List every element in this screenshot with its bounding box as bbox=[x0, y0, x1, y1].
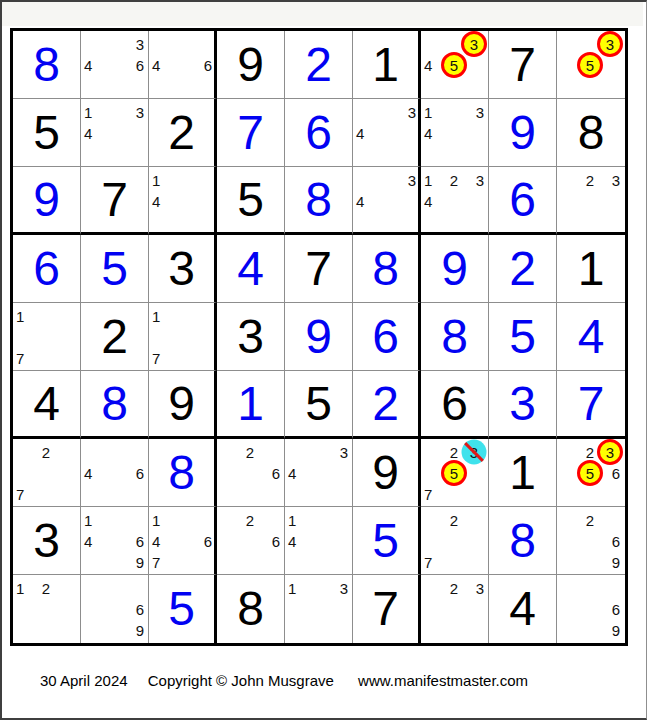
cell-r9c8[interactable]: 4 bbox=[489, 575, 557, 643]
cell-r5c5[interactable]: 9 bbox=[285, 303, 353, 371]
cell-r6c4[interactable]: 1 bbox=[217, 371, 285, 439]
cell-value: 8 bbox=[285, 167, 352, 232]
cell-r3c3[interactable]: 14 bbox=[149, 167, 217, 235]
cell-r9c4[interactable]: 8 bbox=[217, 575, 285, 643]
cell-r9c5[interactable]: 13 bbox=[285, 575, 353, 643]
pencil-mark-2: 2 bbox=[444, 510, 464, 530]
pencil-mark-7: 7 bbox=[152, 348, 172, 368]
cell-r4c7[interactable]: 9 bbox=[421, 235, 489, 303]
pencil-mark-7: 7 bbox=[152, 552, 172, 572]
footer-website: www.manifestmaster.com bbox=[358, 672, 528, 689]
pencil-mark-4: 4 bbox=[424, 123, 444, 143]
cell-value: 3 bbox=[489, 371, 556, 436]
cell-r4c3[interactable]: 3 bbox=[149, 235, 217, 303]
cell-r5c9[interactable]: 4 bbox=[557, 303, 625, 371]
cell-r4c2[interactable]: 5 bbox=[81, 235, 149, 303]
cell-r4c5[interactable]: 7 bbox=[285, 235, 353, 303]
pencil-mark-2: 2 bbox=[36, 578, 56, 598]
cell-r9c3[interactable]: 5 bbox=[149, 575, 217, 643]
cell-value: 9 bbox=[489, 99, 556, 166]
cell-value: 2 bbox=[149, 99, 214, 166]
pencil-mark-4: 4 bbox=[424, 191, 444, 211]
cell-r6c8[interactable]: 3 bbox=[489, 371, 557, 439]
cell-r7c6[interactable]: 9 bbox=[353, 439, 421, 507]
pencil-mark-6: 6 bbox=[124, 55, 144, 75]
cell-value: 8 bbox=[489, 507, 556, 574]
pencil-mark-circled-5: 5 bbox=[444, 463, 464, 483]
cell-value: 5 bbox=[489, 303, 556, 370]
cell-r6c5[interactable]: 5 bbox=[285, 371, 353, 439]
cell-value: 6 bbox=[353, 303, 418, 370]
pencil-mark-4: 4 bbox=[84, 463, 104, 483]
pencil-mark-2: 2 bbox=[580, 170, 600, 190]
cell-r8c2[interactable]: 1469 bbox=[81, 507, 149, 575]
cell-r2c7[interactable]: 134 bbox=[421, 99, 489, 167]
cell-r2c1[interactable]: 5 bbox=[13, 99, 81, 167]
cell-r2c2[interactable]: 134 bbox=[81, 99, 149, 167]
cell-r3c8[interactable]: 6 bbox=[489, 167, 557, 235]
pencil-mark-6: 6 bbox=[124, 531, 144, 551]
pencil-mark-3: 3 bbox=[396, 170, 416, 190]
cell-r7c2[interactable]: 46 bbox=[81, 439, 149, 507]
cell-r5c2[interactable]: 2 bbox=[81, 303, 149, 371]
pencil-mark-6: 6 bbox=[260, 463, 280, 483]
pencil-mark-1: 1 bbox=[152, 510, 172, 530]
cell-r3c6[interactable]: 34 bbox=[353, 167, 421, 235]
cell-r1c8[interactable]: 7 bbox=[489, 31, 557, 99]
pencil-mark-eliminated-3: 3 bbox=[464, 442, 484, 462]
pencil-mark-9: 9 bbox=[124, 552, 144, 572]
cell-r1c9[interactable]: 35 bbox=[557, 31, 625, 99]
cell-r2c3[interactable]: 2 bbox=[149, 99, 217, 167]
cell-r3c5[interactable]: 8 bbox=[285, 167, 353, 235]
pencil-mark-2: 2 bbox=[444, 578, 464, 598]
pencil-mark-circled-5: 5 bbox=[580, 55, 600, 75]
pencil-mark-7: 7 bbox=[424, 484, 444, 504]
cell-r7c9[interactable]: 2356 bbox=[557, 439, 625, 507]
cell-r2c8[interactable]: 9 bbox=[489, 99, 557, 167]
pencil-mark-1: 1 bbox=[16, 578, 36, 598]
pencil-mark-7: 7 bbox=[424, 552, 444, 572]
cell-value: 2 bbox=[285, 31, 352, 98]
cell-r3c9[interactable]: 23 bbox=[557, 167, 625, 235]
cell-r2c5[interactable]: 6 bbox=[285, 99, 353, 167]
pencil-mark-3: 3 bbox=[464, 578, 484, 598]
cell-value: 5 bbox=[217, 167, 284, 232]
pencil-mark-4: 4 bbox=[84, 531, 104, 551]
cell-r8c3[interactable]: 1467 bbox=[149, 507, 217, 575]
cell-r7c7[interactable]: 2357 bbox=[421, 439, 489, 507]
cell-r5c7[interactable]: 8 bbox=[421, 303, 489, 371]
pencil-mark-6: 6 bbox=[124, 463, 144, 483]
pencil-mark-2: 2 bbox=[36, 442, 56, 462]
cell-value: 8 bbox=[217, 575, 284, 643]
pencil-mark-4: 4 bbox=[356, 123, 376, 143]
pencil-mark-4: 4 bbox=[288, 463, 308, 483]
cell-r1c4[interactable]: 9 bbox=[217, 31, 285, 99]
cell-value: 5 bbox=[149, 575, 214, 643]
pencil-mark-4: 4 bbox=[288, 531, 308, 551]
cell-value: 8 bbox=[421, 303, 488, 370]
footer-copyright: Copyright © John Musgrave bbox=[148, 672, 334, 689]
cell-r7c4[interactable]: 26 bbox=[217, 439, 285, 507]
cell-r8c7[interactable]: 27 bbox=[421, 507, 489, 575]
cell-value: 7 bbox=[353, 575, 418, 643]
cell-r5c1[interactable]: 17 bbox=[13, 303, 81, 371]
cell-r8c9[interactable]: 269 bbox=[557, 507, 625, 575]
cell-r7c1[interactable]: 27 bbox=[13, 439, 81, 507]
pencil-mark-3: 3 bbox=[328, 442, 348, 462]
cell-value: 3 bbox=[217, 303, 284, 370]
pencil-mark-6: 6 bbox=[600, 463, 620, 483]
top-strip bbox=[2, 2, 643, 26]
pencil-mark-6: 6 bbox=[192, 55, 212, 75]
cell-r3c7[interactable]: 1234 bbox=[421, 167, 489, 235]
pencil-mark-3: 3 bbox=[600, 170, 620, 190]
pencil-mark-3: 3 bbox=[464, 170, 484, 190]
pencil-mark-circled-3: 3 bbox=[464, 34, 484, 54]
pencil-mark-4: 4 bbox=[84, 123, 104, 143]
cell-value: 7 bbox=[489, 31, 556, 98]
cell-r5c3[interactable]: 17 bbox=[149, 303, 217, 371]
cell-r5c6[interactable]: 6 bbox=[353, 303, 421, 371]
cell-value: 2 bbox=[353, 371, 418, 436]
sudoku-board: 8346469213457355134276341349897145834123… bbox=[10, 28, 628, 646]
cell-r6c1[interactable]: 4 bbox=[13, 371, 81, 439]
cell-value: 9 bbox=[149, 371, 214, 436]
cell-value: 8 bbox=[353, 235, 418, 302]
pencil-mark-1: 1 bbox=[152, 170, 172, 190]
cell-value: 1 bbox=[557, 235, 625, 302]
cell-value: 5 bbox=[353, 507, 418, 574]
cell-value: 8 bbox=[149, 439, 214, 506]
cell-r4c9[interactable]: 1 bbox=[557, 235, 625, 303]
cell-r5c8[interactable]: 5 bbox=[489, 303, 557, 371]
cell-value: 1 bbox=[217, 371, 284, 436]
cell-r9c6[interactable]: 7 bbox=[353, 575, 421, 643]
pencil-mark-7: 7 bbox=[16, 348, 36, 368]
cell-r9c1[interactable]: 12 bbox=[13, 575, 81, 643]
cell-r7c5[interactable]: 34 bbox=[285, 439, 353, 507]
pencil-mark-1: 1 bbox=[152, 306, 172, 326]
pencil-mark-3: 3 bbox=[328, 578, 348, 598]
cell-value: 4 bbox=[13, 371, 80, 436]
cell-r8c1[interactable]: 3 bbox=[13, 507, 81, 575]
cell-r9c2[interactable]: 69 bbox=[81, 575, 149, 643]
pencil-mark-1: 1 bbox=[84, 102, 104, 122]
cell-r2c4[interactable]: 7 bbox=[217, 99, 285, 167]
cell-value: 5 bbox=[81, 235, 148, 302]
pencil-mark-1: 1 bbox=[424, 170, 444, 190]
pencil-mark-circled-5: 5 bbox=[580, 463, 600, 483]
pencil-mark-1: 1 bbox=[84, 510, 104, 530]
cell-r1c5[interactable]: 2 bbox=[285, 31, 353, 99]
cell-value: 9 bbox=[13, 167, 80, 232]
pencil-mark-6: 6 bbox=[600, 531, 620, 551]
cell-value: 7 bbox=[81, 167, 148, 232]
cell-r3c1[interactable]: 9 bbox=[13, 167, 81, 235]
cell-r4c8[interactable]: 2 bbox=[489, 235, 557, 303]
cell-r6c9[interactable]: 7 bbox=[557, 371, 625, 439]
pencil-mark-1: 1 bbox=[288, 510, 308, 530]
cell-r8c6[interactable]: 5 bbox=[353, 507, 421, 575]
cell-r8c4[interactable]: 26 bbox=[217, 507, 285, 575]
pencil-mark-4: 4 bbox=[152, 55, 172, 75]
cell-r3c2[interactable]: 7 bbox=[81, 167, 149, 235]
cell-r9c9[interactable]: 69 bbox=[557, 575, 625, 643]
footer-date: 30 April 2024 bbox=[40, 672, 128, 689]
cell-value: 5 bbox=[285, 371, 352, 436]
cell-r9c7[interactable]: 23 bbox=[421, 575, 489, 643]
pencil-mark-7: 7 bbox=[16, 484, 36, 504]
pencil-mark-2: 2 bbox=[444, 170, 464, 190]
cell-r6c3[interactable]: 9 bbox=[149, 371, 217, 439]
cell-r1c7[interactable]: 345 bbox=[421, 31, 489, 99]
pencil-mark-3: 3 bbox=[124, 34, 144, 54]
cell-r1c2[interactable]: 346 bbox=[81, 31, 149, 99]
pencil-mark-6: 6 bbox=[260, 531, 280, 551]
cell-r7c3[interactable]: 8 bbox=[149, 439, 217, 507]
cell-r1c6[interactable]: 1 bbox=[353, 31, 421, 99]
cell-value: 7 bbox=[285, 235, 352, 302]
pencil-mark-1: 1 bbox=[16, 306, 36, 326]
cell-value: 2 bbox=[81, 303, 148, 370]
cell-r6c6[interactable]: 2 bbox=[353, 371, 421, 439]
pencil-mark-9: 9 bbox=[124, 620, 144, 640]
cell-r1c1[interactable]: 8 bbox=[13, 31, 81, 99]
pencil-mark-9: 9 bbox=[600, 620, 620, 640]
pencil-mark-9: 9 bbox=[600, 552, 620, 572]
cell-value: 9 bbox=[421, 235, 488, 302]
cell-value: 6 bbox=[489, 167, 556, 232]
pencil-mark-1: 1 bbox=[288, 578, 308, 598]
cell-value: 4 bbox=[217, 235, 284, 302]
cell-r8c8[interactable]: 8 bbox=[489, 507, 557, 575]
pencil-mark-3: 3 bbox=[124, 102, 144, 122]
cell-value: 5 bbox=[13, 99, 80, 166]
pencil-mark-4: 4 bbox=[152, 191, 172, 211]
pencil-mark-4: 4 bbox=[84, 55, 104, 75]
cell-value: 2 bbox=[489, 235, 556, 302]
cell-r2c6[interactable]: 34 bbox=[353, 99, 421, 167]
cell-value: 8 bbox=[81, 371, 148, 436]
cell-value: 7 bbox=[557, 371, 625, 436]
pencil-mark-2: 2 bbox=[240, 442, 260, 462]
cell-value: 1 bbox=[489, 439, 556, 506]
footer: 30 April 2024 Copyright © John Musgrave … bbox=[40, 672, 528, 689]
cell-r1c3[interactable]: 46 bbox=[149, 31, 217, 99]
pencil-mark-6: 6 bbox=[124, 599, 144, 619]
cell-r7c8[interactable]: 1 bbox=[489, 439, 557, 507]
cell-r8c5[interactable]: 14 bbox=[285, 507, 353, 575]
pencil-mark-3: 3 bbox=[464, 102, 484, 122]
cell-r4c1[interactable]: 6 bbox=[13, 235, 81, 303]
pencil-mark-2: 2 bbox=[580, 510, 600, 530]
cell-value: 4 bbox=[489, 575, 556, 643]
cell-value: 7 bbox=[217, 99, 284, 166]
cell-value: 3 bbox=[13, 507, 80, 574]
cell-value: 1 bbox=[353, 31, 418, 98]
cell-r6c2[interactable]: 8 bbox=[81, 371, 149, 439]
pencil-mark-4: 4 bbox=[356, 191, 376, 211]
cell-value: 6 bbox=[13, 235, 80, 302]
cell-r3c4[interactable]: 5 bbox=[217, 167, 285, 235]
cell-value: 6 bbox=[421, 371, 488, 436]
pencil-mark-3: 3 bbox=[396, 102, 416, 122]
pencil-mark-2: 2 bbox=[240, 510, 260, 530]
cell-r2c9[interactable]: 8 bbox=[557, 99, 625, 167]
cell-value: 8 bbox=[13, 31, 80, 98]
cell-value: 9 bbox=[285, 303, 352, 370]
page: 8346469213457355134276341349897145834123… bbox=[0, 0, 650, 720]
cell-value: 4 bbox=[557, 303, 625, 370]
cell-r4c6[interactable]: 8 bbox=[353, 235, 421, 303]
pencil-mark-4: 4 bbox=[152, 531, 172, 551]
cell-value: 8 bbox=[557, 99, 625, 166]
pencil-mark-circled-3: 3 bbox=[600, 34, 620, 54]
pencil-mark-circled-5: 5 bbox=[444, 55, 464, 75]
cell-value: 9 bbox=[217, 31, 284, 98]
cell-r4c4[interactable]: 4 bbox=[217, 235, 285, 303]
cell-value: 6 bbox=[285, 99, 352, 166]
pencil-mark-6: 6 bbox=[600, 599, 620, 619]
cell-value: 9 bbox=[353, 439, 418, 506]
cell-r5c4[interactable]: 3 bbox=[217, 303, 285, 371]
cell-value: 3 bbox=[149, 235, 214, 302]
pencil-mark-1: 1 bbox=[424, 102, 444, 122]
cell-r6c7[interactable]: 6 bbox=[421, 371, 489, 439]
pencil-mark-circled-3: 3 bbox=[600, 442, 620, 462]
pencil-mark-6: 6 bbox=[192, 531, 212, 551]
